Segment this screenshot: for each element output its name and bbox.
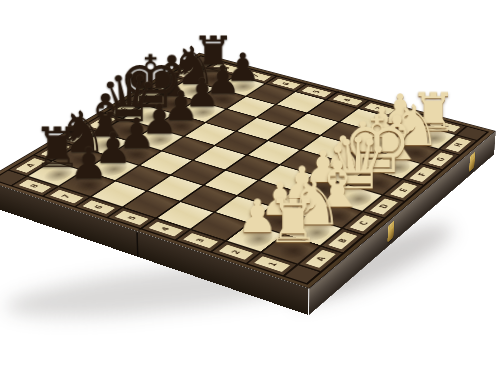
coordinate-label: 6 bbox=[271, 79, 300, 89]
brass-clasp-icon bbox=[387, 221, 394, 243]
brass-clasp-icon bbox=[469, 152, 475, 172]
white-rook-glyph: ♜ bbox=[244, 193, 344, 250]
fold-seam-side bbox=[136, 232, 139, 257]
black-pawn-glyph: ♟ bbox=[43, 143, 136, 184]
photo-scene: ABCDEFGH8♜♞♝♛♚♝♞♜87♟♟♟♟♟♟♟♟7665544332♟♟♟… bbox=[0, 0, 500, 375]
